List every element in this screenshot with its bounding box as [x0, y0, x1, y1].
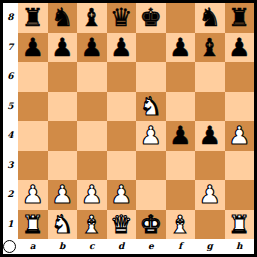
square-h4[interactable]: ♟	[225, 121, 255, 151]
square-f7[interactable]: ♟	[166, 33, 196, 63]
piece-black-pawn[interactable]: ♟	[22, 33, 44, 62]
file-labels: abcdefgh	[18, 239, 254, 254]
piece-black-knight[interactable]: ♞	[51, 3, 73, 32]
square-c7[interactable]: ♟	[77, 33, 107, 63]
square-g7[interactable]: ♝	[195, 33, 225, 63]
square-d6[interactable]	[107, 62, 137, 92]
piece-white-queen[interactable]: ♛	[110, 210, 132, 239]
rank-label-4: 4	[3, 121, 18, 151]
piece-white-king[interactable]: ♚	[140, 210, 162, 239]
piece-white-pawn[interactable]: ♟	[140, 121, 162, 150]
piece-white-pawn[interactable]: ♟	[81, 180, 103, 209]
piece-black-knight[interactable]: ♞	[199, 3, 221, 32]
file-label-d: d	[107, 239, 137, 254]
square-d8[interactable]: ♛	[107, 3, 137, 33]
square-f6[interactable]	[166, 62, 196, 92]
piece-black-pawn[interactable]: ♟	[81, 33, 103, 62]
piece-white-knight[interactable]: ♞	[140, 92, 162, 121]
rank-label-5: 5	[3, 92, 18, 122]
square-g1[interactable]	[195, 210, 225, 240]
file-label-e: e	[136, 239, 166, 254]
square-d1[interactable]: ♛	[107, 210, 137, 240]
piece-black-pawn[interactable]: ♟	[169, 121, 191, 150]
piece-black-queen[interactable]: ♛	[110, 3, 132, 32]
square-c1[interactable]: ♝	[77, 210, 107, 240]
piece-white-bishop[interactable]: ♝	[169, 210, 191, 239]
piece-white-bishop[interactable]: ♝	[81, 210, 103, 239]
square-e5[interactable]: ♞	[136, 92, 166, 122]
file-label-a: a	[18, 239, 48, 254]
square-e4[interactable]: ♟	[136, 121, 166, 151]
square-b6[interactable]	[48, 62, 78, 92]
piece-white-pawn[interactable]: ♟	[199, 180, 221, 209]
square-h2[interactable]	[225, 180, 255, 210]
piece-black-pawn[interactable]: ♟	[199, 121, 221, 150]
piece-black-bishop[interactable]: ♝	[199, 33, 221, 62]
piece-white-pawn[interactable]: ♟	[22, 180, 44, 209]
board: ♜♞♝♛♚♞♜♟♟♟♟♟♝♟♞♟♟♟♟♟♟♟♟♟♜♞♝♛♚♝♜	[18, 3, 254, 239]
square-b7[interactable]: ♟	[48, 33, 78, 63]
rank-label-2: 2	[3, 180, 18, 210]
square-h3[interactable]	[225, 151, 255, 181]
square-g4[interactable]: ♟	[195, 121, 225, 151]
rank-label-1: 1	[3, 210, 18, 240]
diagram-inner: 87654321 ♜♞♝♛♚♞♜♟♟♟♟♟♝♟♞♟♟♟♟♟♟♟♟♟♜♞♝♛♚♝♜…	[3, 3, 254, 254]
piece-white-rook[interactable]: ♜	[228, 210, 250, 239]
square-f3[interactable]	[166, 151, 196, 181]
square-b5[interactable]	[48, 92, 78, 122]
piece-white-pawn[interactable]: ♟	[110, 180, 132, 209]
piece-white-pawn[interactable]: ♟	[228, 121, 250, 150]
square-e3[interactable]	[136, 151, 166, 181]
square-e6[interactable]	[136, 62, 166, 92]
square-e1[interactable]: ♚	[136, 210, 166, 240]
square-a7[interactable]: ♟	[18, 33, 48, 63]
piece-black-pawn[interactable]: ♟	[169, 33, 191, 62]
square-c5[interactable]	[77, 92, 107, 122]
file-label-f: f	[166, 239, 196, 254]
piece-black-king[interactable]: ♚	[140, 3, 162, 32]
square-a4[interactable]	[18, 121, 48, 151]
square-h8[interactable]: ♜	[225, 3, 255, 33]
square-d3[interactable]	[107, 151, 137, 181]
white-to-move-indicator-icon	[3, 240, 16, 253]
file-label-c: c	[77, 239, 107, 254]
square-f2[interactable]	[166, 180, 196, 210]
square-h6[interactable]	[225, 62, 255, 92]
square-e7[interactable]	[136, 33, 166, 63]
square-h7[interactable]: ♟	[225, 33, 255, 63]
square-c4[interactable]	[77, 121, 107, 151]
square-b2[interactable]: ♟	[48, 180, 78, 210]
rank-label-3: 3	[3, 151, 18, 181]
rank-label-8: 8	[3, 3, 18, 33]
piece-white-knight[interactable]: ♞	[51, 210, 73, 239]
square-h5[interactable]	[225, 92, 255, 122]
piece-black-rook[interactable]: ♜	[228, 3, 250, 32]
rank-labels: 87654321	[3, 3, 18, 239]
square-a5[interactable]	[18, 92, 48, 122]
square-e8[interactable]: ♚	[136, 3, 166, 33]
square-b3[interactable]	[48, 151, 78, 181]
square-a8[interactable]: ♜	[18, 3, 48, 33]
piece-black-pawn[interactable]: ♟	[228, 33, 250, 62]
square-d5[interactable]	[107, 92, 137, 122]
square-g2[interactable]: ♟	[195, 180, 225, 210]
square-f4[interactable]: ♟	[166, 121, 196, 151]
square-a1[interactable]: ♜	[18, 210, 48, 240]
square-g3[interactable]	[195, 151, 225, 181]
square-g8[interactable]: ♞	[195, 3, 225, 33]
square-e2[interactable]	[136, 180, 166, 210]
square-c3[interactable]	[77, 151, 107, 181]
square-f1[interactable]: ♝	[166, 210, 196, 240]
square-c6[interactable]	[77, 62, 107, 92]
square-f8[interactable]	[166, 3, 196, 33]
square-d4[interactable]	[107, 121, 137, 151]
file-label-g: g	[195, 239, 225, 254]
square-g6[interactable]	[195, 62, 225, 92]
piece-black-pawn[interactable]: ♟	[51, 33, 73, 62]
square-a6[interactable]	[18, 62, 48, 92]
square-a3[interactable]	[18, 151, 48, 181]
piece-white-rook[interactable]: ♜	[22, 210, 44, 239]
rank-label-6: 6	[3, 62, 18, 92]
chess-diagram: 87654321 ♜♞♝♛♚♞♜♟♟♟♟♟♝♟♞♟♟♟♟♟♟♟♟♟♜♞♝♛♚♝♜…	[0, 0, 257, 257]
square-c2[interactable]: ♟	[77, 180, 107, 210]
file-label-h: h	[225, 239, 255, 254]
square-h1[interactable]: ♜	[225, 210, 255, 240]
side-to-move-corner	[3, 239, 18, 254]
square-b4[interactable]	[48, 121, 78, 151]
piece-black-pawn[interactable]: ♟	[110, 33, 132, 62]
rank-label-7: 7	[3, 33, 18, 63]
piece-white-pawn[interactable]: ♟	[51, 180, 73, 209]
square-a2[interactable]: ♟	[18, 180, 48, 210]
square-f5[interactable]	[166, 92, 196, 122]
piece-black-rook[interactable]: ♜	[22, 3, 44, 32]
square-d7[interactable]: ♟	[107, 33, 137, 63]
square-b1[interactable]: ♞	[48, 210, 78, 240]
square-b8[interactable]: ♞	[48, 3, 78, 33]
square-d2[interactable]: ♟	[107, 180, 137, 210]
square-g5[interactable]	[195, 92, 225, 122]
file-label-b: b	[48, 239, 78, 254]
square-c8[interactable]: ♝	[77, 3, 107, 33]
piece-black-bishop[interactable]: ♝	[81, 3, 103, 32]
